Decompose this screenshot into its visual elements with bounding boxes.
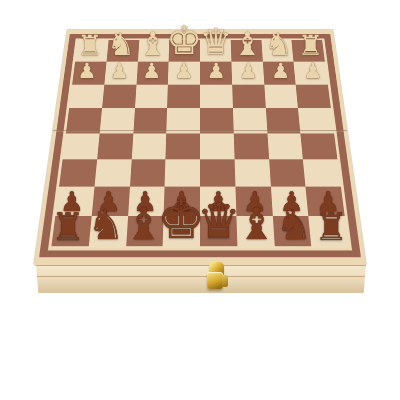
board-square xyxy=(294,62,328,85)
board-square xyxy=(232,84,265,108)
board-square xyxy=(234,133,269,159)
board-square xyxy=(169,40,200,62)
board-square xyxy=(138,40,170,62)
box-front-seam xyxy=(36,276,366,277)
board-square xyxy=(264,84,298,108)
board-square xyxy=(102,84,136,108)
board-square xyxy=(303,159,341,186)
board-square xyxy=(91,187,129,216)
board-square xyxy=(262,62,295,85)
board-square xyxy=(128,187,165,216)
board-square xyxy=(309,216,349,247)
board-square xyxy=(104,62,137,85)
clasp-plate xyxy=(207,272,223,289)
board-square xyxy=(200,84,233,108)
board-square xyxy=(163,216,200,247)
board-square xyxy=(301,133,338,159)
photo-scene: ♜♞♝♚♛♝♞♜♟♟♟♟♟♟♟♟♟♟♟♟♟♟♟♟♜♞♝♚♛♝♞♜ xyxy=(0,0,400,400)
board-square xyxy=(270,187,308,216)
fold-seam xyxy=(53,130,347,131)
chess-board-grid xyxy=(49,39,351,248)
board-square xyxy=(231,40,263,62)
board-square xyxy=(135,84,168,108)
board-square xyxy=(136,62,169,85)
board-square xyxy=(59,159,97,186)
board-square xyxy=(130,159,166,186)
board-square xyxy=(261,40,294,62)
board-square xyxy=(167,84,200,108)
board-square xyxy=(168,62,200,85)
board-square xyxy=(200,40,231,62)
board-square xyxy=(164,187,200,216)
board-square xyxy=(126,216,164,247)
board-square xyxy=(97,133,133,159)
board-square xyxy=(55,187,94,216)
board-square xyxy=(200,159,235,186)
board-square xyxy=(51,216,91,247)
board-square xyxy=(200,216,237,247)
board-frame xyxy=(39,34,361,257)
brass-clasp-icon xyxy=(205,262,230,292)
board-square xyxy=(166,133,200,159)
clasp-tab xyxy=(222,275,228,287)
board-square xyxy=(75,40,108,62)
board-square xyxy=(72,62,106,85)
board-square xyxy=(200,187,236,216)
board-square xyxy=(200,133,234,159)
board-square xyxy=(231,62,264,85)
chess-board-box-top xyxy=(34,30,366,265)
board-square xyxy=(131,133,166,159)
board-square xyxy=(235,187,272,216)
board-square xyxy=(269,159,306,186)
board-square xyxy=(306,187,345,216)
board-square xyxy=(296,84,331,108)
board-square xyxy=(236,216,274,247)
board-square xyxy=(234,159,270,186)
box-front-edge xyxy=(36,265,366,293)
board-square xyxy=(200,62,232,85)
board-square xyxy=(89,216,128,247)
board-square xyxy=(106,40,139,62)
board-square xyxy=(165,159,200,186)
board-square xyxy=(63,133,100,159)
board-square xyxy=(94,159,131,186)
board-square xyxy=(69,84,104,108)
board-square xyxy=(267,133,303,159)
board-square xyxy=(272,216,311,247)
board-square xyxy=(292,40,325,62)
